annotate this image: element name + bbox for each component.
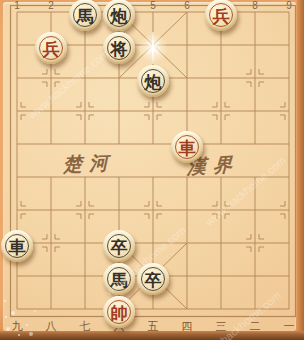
xiangqi-game-screenshot: 123456789 九八七六五四三二一 楚河 漢界 馬炮兵兵将炮車車卒馬卒帥 w…	[0, 0, 304, 340]
piece-black-horse-b[interactable]: 馬	[103, 263, 135, 295]
piece-glyph: 将	[111, 40, 128, 57]
xiangqi-board[interactable]: 馬炮兵兵将炮車車卒馬卒帥	[0, 0, 304, 329]
piece-glyph: 帥	[111, 304, 128, 321]
piece-black-horse-a[interactable]: 馬	[69, 0, 101, 31]
sparkle-ray	[152, 32, 154, 64]
piece-black-pawn-b[interactable]: 卒	[137, 263, 169, 295]
piece-glyph: 馬	[77, 7, 94, 24]
sparkle-ray	[147, 42, 159, 54]
piece-red-pawn-a[interactable]: 兵	[205, 0, 237, 31]
piece-glyph: 馬	[111, 271, 128, 288]
piece-glyph: 炮	[111, 7, 128, 24]
piece-red-pawn-b[interactable]: 兵	[35, 32, 67, 64]
piece-red-general[interactable]: 帥	[103, 296, 135, 328]
piece-black-cannon-a[interactable]: 炮	[103, 0, 135, 31]
piece-red-chariot[interactable]: 車	[171, 131, 203, 163]
piece-glyph: 車	[9, 238, 26, 255]
piece-black-chariot[interactable]: 車	[1, 230, 33, 262]
piece-glyph: 車	[179, 139, 196, 156]
piece-black-general[interactable]: 将	[103, 32, 135, 64]
sparkle-glow	[138, 33, 168, 63]
last-move-marker	[138, 33, 168, 63]
sparkle-ray	[147, 42, 159, 54]
piece-black-cannon-b[interactable]: 炮	[137, 65, 169, 97]
piece-glyph: 卒	[111, 238, 128, 255]
piece-glyph: 兵	[43, 40, 60, 57]
piece-glyph: 卒	[145, 271, 162, 288]
piece-glyph: 兵	[213, 7, 230, 24]
piece-glyph: 炮	[145, 73, 162, 90]
piece-black-pawn-a[interactable]: 卒	[103, 230, 135, 262]
sparkle-ray	[152, 32, 154, 64]
